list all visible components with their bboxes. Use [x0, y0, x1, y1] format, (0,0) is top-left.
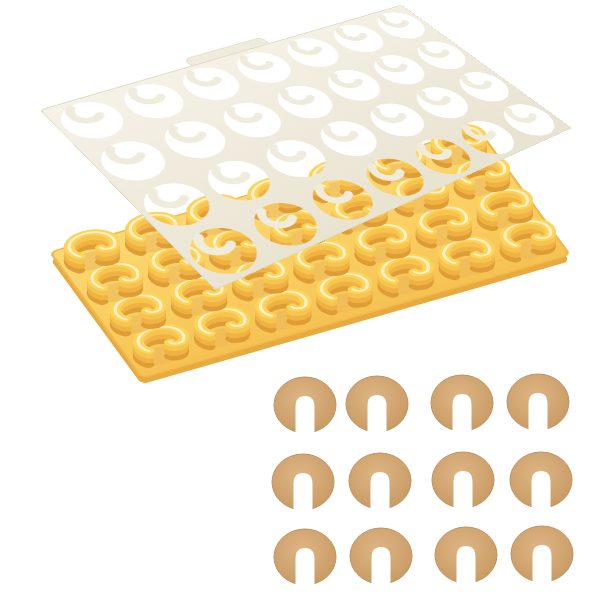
cookie	[274, 377, 336, 433]
cookie	[510, 452, 572, 508]
cookie	[350, 528, 412, 584]
cookie	[507, 374, 569, 430]
cookie-grid	[272, 374, 573, 585]
cookie	[272, 454, 334, 510]
cookie	[511, 526, 573, 582]
cookie	[346, 376, 408, 432]
cookie	[432, 452, 494, 508]
cookie	[349, 453, 411, 509]
cookie	[431, 375, 493, 431]
cookie-layer-graphic	[0, 0, 600, 600]
cookie	[274, 529, 336, 585]
product-photo	[0, 0, 600, 600]
cookie	[435, 527, 497, 583]
